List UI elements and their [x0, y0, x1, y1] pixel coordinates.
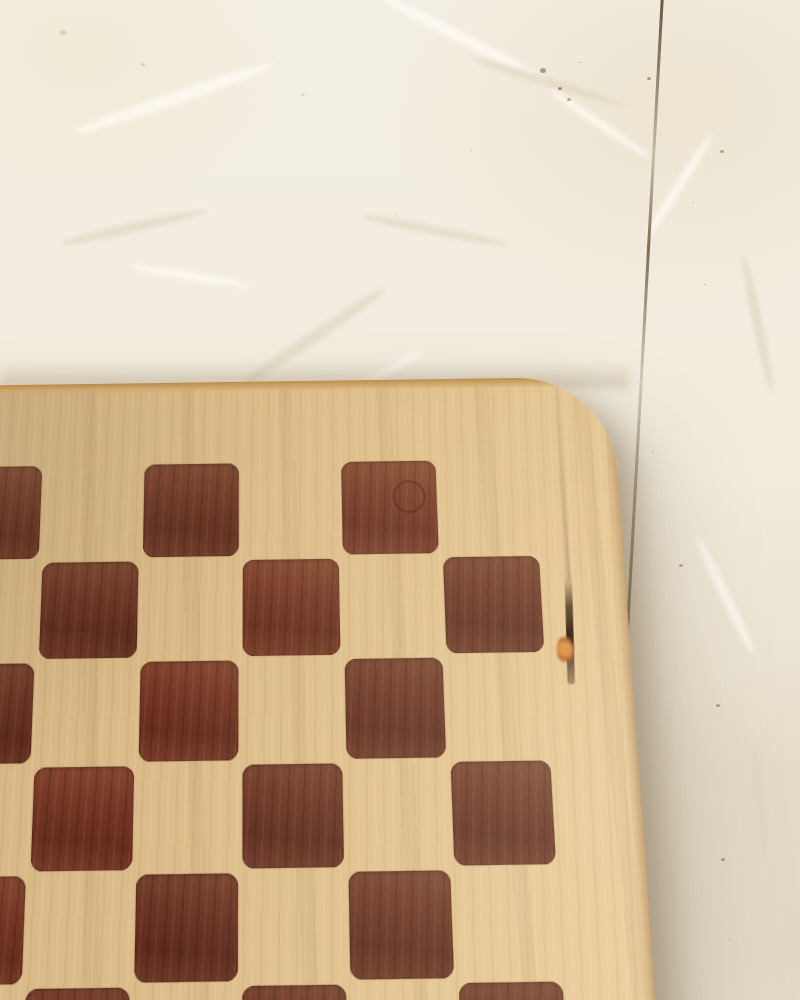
board-square [242, 558, 340, 656]
board-scene [0, 0, 800, 1000]
board-square [0, 561, 41, 663]
board-top-edge-highlight [0, 377, 612, 400]
board-square [21, 987, 130, 1000]
board-squares [0, 457, 585, 1000]
board-square [240, 869, 348, 983]
photo-stage [0, 0, 800, 1000]
wood-knot-streak [565, 577, 575, 685]
board-square [134, 873, 239, 983]
board-square [24, 872, 134, 986]
board-square [139, 558, 241, 660]
board-square [41, 463, 143, 561]
board-square [241, 460, 341, 558]
board-square [242, 984, 348, 1000]
board-square [0, 466, 43, 561]
wood-grain-streak [556, 387, 571, 581]
board-square [452, 866, 564, 980]
board-square [130, 984, 241, 1000]
board-square [437, 457, 541, 555]
board-square [30, 766, 134, 872]
board-square [344, 657, 446, 759]
board-square [0, 663, 35, 765]
board-square [445, 654, 553, 760]
board-square [0, 876, 26, 986]
board-square [0, 987, 24, 1000]
board-square [138, 660, 238, 762]
board-square [38, 561, 138, 659]
board-square [443, 556, 545, 654]
board-square [348, 981, 460, 1000]
board-right-edge [600, 377, 691, 1000]
board-square [458, 981, 569, 1000]
board-square [0, 765, 33, 875]
board-square [242, 763, 344, 869]
board-square [33, 660, 139, 766]
board-square [450, 760, 556, 866]
board-square [341, 460, 439, 555]
board-square [341, 555, 445, 657]
board-square [240, 657, 344, 763]
board-square [142, 463, 239, 558]
chessboard [0, 377, 690, 1000]
board-square [134, 763, 240, 873]
board-square [348, 870, 454, 980]
board-square [344, 760, 452, 870]
